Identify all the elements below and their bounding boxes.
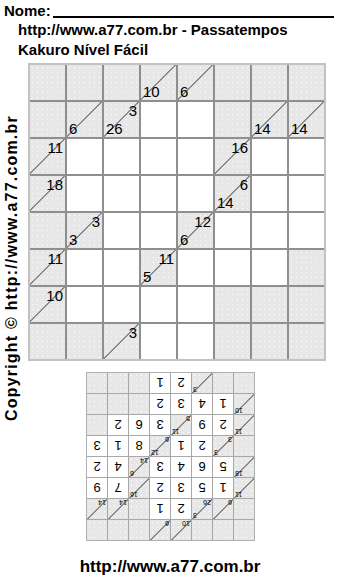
clue-cell: 18 [30, 176, 65, 211]
entry-cell[interactable] [104, 287, 139, 322]
down-clue: 14 [291, 121, 308, 136]
solution-digit: 9 [198, 419, 205, 432]
solution-digit: 1 [156, 377, 163, 390]
clue-cell: 11 [234, 478, 254, 498]
block-cell [289, 65, 324, 100]
entry-cell[interactable] [178, 287, 213, 322]
entry-cell[interactable] [289, 139, 324, 174]
down-clue: 6 [228, 499, 232, 506]
clue-cell: 14 [87, 499, 107, 519]
clue-cell: 16 [129, 478, 149, 498]
solution-digit: 3 [177, 398, 184, 411]
solution-cell: 4 [108, 457, 128, 477]
down-clue: 14 [254, 121, 271, 136]
block-cell [129, 499, 149, 519]
down-clue: 14 [98, 499, 106, 506]
solution-digit: 9 [93, 482, 100, 495]
block-cell [67, 324, 102, 359]
solution-cell: 6 [192, 457, 212, 477]
block-cell [252, 287, 287, 322]
clue-cell: 6 [213, 499, 233, 519]
solution-cell: 8 [129, 436, 149, 456]
block-cell [215, 65, 250, 100]
block-cell [104, 65, 139, 100]
footer-url: http://www.a77.com.br [0, 557, 340, 577]
solution-digit: 7 [114, 482, 121, 495]
down-clue: 10 [143, 84, 160, 99]
block-cell [67, 65, 102, 100]
down-clue: 6 [180, 232, 188, 247]
across-clue: 11 [158, 251, 174, 266]
solution-cell: 9 [192, 415, 212, 435]
clue-cell: 6 [150, 520, 170, 540]
across-clue: 10 [46, 288, 63, 303]
solution-cell: 2 [171, 373, 191, 393]
solution-digit: 2 [156, 398, 163, 411]
block-cell [213, 520, 233, 540]
down-clue: 10 [182, 520, 190, 527]
clue-cell: 6 [178, 65, 213, 100]
entry-cell[interactable] [252, 250, 287, 285]
solution-cell: 1 [213, 478, 233, 498]
entry-cell[interactable] [178, 176, 213, 211]
solution-cell: 4 [192, 394, 212, 414]
across-clue: 11 [172, 428, 179, 435]
solution-cell: 1 [171, 436, 191, 456]
solution-digit: 2 [177, 377, 184, 390]
solution-cell: 2 [213, 415, 233, 435]
block-cell [108, 373, 128, 393]
clue-cell: 3 [192, 373, 212, 393]
block-cell [252, 324, 287, 359]
entry-cell[interactable] [178, 102, 213, 137]
solution-digit: 3 [93, 440, 100, 453]
clue-cell: 18 [234, 457, 254, 477]
solution-digit: 5 [198, 482, 205, 495]
entry-cell[interactable] [141, 324, 176, 359]
solution-cell: 1 [213, 394, 233, 414]
solution-digit: 2 [114, 419, 121, 432]
clue-cell: 326 [192, 499, 212, 519]
puzzle-title: Kakuro Nível Fácil [18, 41, 148, 58]
entry-cell[interactable] [67, 176, 102, 211]
across-clue: 3 [129, 103, 137, 118]
clue-cell: 11 [30, 250, 65, 285]
clue-cell: 115 [171, 415, 191, 435]
solution-cell: 2 [150, 394, 170, 414]
solution-cell: 3 [171, 478, 191, 498]
clue-cell: 16 [215, 139, 250, 174]
clue-cell: 11 [234, 415, 254, 435]
across-clue: 16 [231, 140, 248, 155]
across-clue: 6 [130, 470, 134, 477]
site-line: http://www.a77.com.br - Passatempos [18, 21, 288, 38]
solution-cell: 7 [108, 478, 128, 498]
clue-cell: 326 [104, 102, 139, 137]
across-clue: 11 [47, 251, 63, 266]
solution-cell: 1 [108, 436, 128, 456]
solution-cell: 3 [150, 415, 170, 435]
kakuro-solution-board: 1066326211414111532167918564361442332112… [86, 372, 255, 541]
entry-cell[interactable] [252, 139, 287, 174]
solution-digit: 4 [198, 398, 205, 411]
entry-cell[interactable] [67, 250, 102, 285]
block-cell [234, 436, 254, 456]
solution-digit: 1 [114, 440, 121, 453]
down-clue: 14 [217, 195, 234, 210]
solution-cell: 1 [150, 373, 170, 393]
entry-cell[interactable] [141, 287, 176, 322]
entry-cell[interactable] [141, 213, 176, 248]
down-clue: 3 [69, 232, 77, 247]
clue-cell: 3 [104, 324, 139, 359]
solution-digit: 2 [156, 482, 163, 495]
block-cell [129, 373, 149, 393]
across-clue: 12 [151, 449, 159, 456]
entry-cell[interactable] [141, 176, 176, 211]
block-cell [87, 520, 107, 540]
solution-digit: 3 [177, 482, 184, 495]
entry-cell[interactable] [141, 139, 176, 174]
down-clue: 5 [143, 269, 151, 284]
solution-digit: 1 [156, 503, 163, 516]
down-clue: 14 [140, 457, 148, 464]
solution-digit: 5 [219, 461, 226, 474]
solution-cell: 4 [171, 457, 191, 477]
block-cell [192, 520, 212, 540]
clue-cell: 614 [215, 176, 250, 211]
down-clue: 26 [203, 499, 211, 506]
block-cell [234, 499, 254, 519]
solution-digit: 2 [219, 419, 226, 432]
entry-cell[interactable] [252, 213, 287, 248]
block-cell [108, 520, 128, 540]
block-cell [234, 520, 254, 540]
clue-cell: 10 [141, 65, 176, 100]
across-clue: 16 [130, 491, 138, 498]
entry-cell[interactable] [67, 287, 102, 322]
block-cell [87, 373, 107, 393]
solution-cell: 3 [171, 394, 191, 414]
block-cell [289, 250, 324, 285]
name-underline [53, 2, 334, 18]
block-cell [30, 213, 65, 248]
down-clue: 6 [165, 520, 169, 527]
across-clue: 3 [214, 449, 218, 456]
block-cell [234, 373, 254, 393]
solution-digit: 3 [156, 461, 163, 474]
across-clue: 3 [193, 512, 197, 519]
solution-cell: 5 [213, 457, 233, 477]
clue-cell: 614 [129, 457, 149, 477]
block-cell [129, 520, 149, 540]
clue-cell: 33 [67, 213, 102, 248]
entry-cell[interactable] [104, 139, 139, 174]
solution-digit: 2 [93, 461, 100, 474]
solution-digit: 4 [114, 461, 121, 474]
entry-cell[interactable] [215, 250, 250, 285]
clue-cell: 10 [30, 287, 65, 322]
entry-cell[interactable] [67, 139, 102, 174]
solution-cell: 3 [150, 457, 170, 477]
block-cell [215, 324, 250, 359]
kakuro-worksheet-page: Nome: http://www.a77.com.br - Passatempo… [0, 0, 340, 584]
solution-cell: 2 [171, 499, 191, 519]
across-clue: 10 [235, 407, 243, 414]
clue-cell: 126 [178, 213, 213, 248]
block-cell [30, 65, 65, 100]
clue-cell: 10 [234, 394, 254, 414]
clue-cell: 6 [67, 102, 102, 137]
block-cell [30, 102, 65, 137]
solution-digit: 3 [156, 419, 163, 432]
block-cell [252, 65, 287, 100]
entry-cell[interactable] [215, 213, 250, 248]
name-label: Nome: [4, 3, 51, 19]
solution-cell: 2 [192, 436, 212, 456]
solution-cell: 6 [129, 415, 149, 435]
solution-digit: 6 [198, 461, 205, 474]
clue-cell: 14 [252, 102, 287, 137]
entry-cell[interactable] [289, 176, 324, 211]
entry-cell[interactable] [178, 139, 213, 174]
clue-cell: 14 [108, 499, 128, 519]
entry-cell[interactable] [104, 176, 139, 211]
solution-digit: 2 [177, 503, 184, 516]
solution-cell: 1 [150, 499, 170, 519]
entry-cell[interactable] [289, 213, 324, 248]
solution-cell: 2 [87, 457, 107, 477]
down-clue: 6 [165, 436, 169, 443]
across-clue: 11 [235, 491, 242, 498]
block-cell [87, 415, 107, 435]
down-clue: 6 [180, 84, 188, 99]
solution-digit: 1 [219, 482, 226, 495]
clue-cell: 126 [150, 436, 170, 456]
down-clue: 26 [106, 121, 123, 136]
block-cell [213, 373, 233, 393]
across-clue: 6 [240, 177, 248, 192]
block-cell [30, 324, 65, 359]
solution-digit: 1 [177, 440, 184, 453]
block-cell [87, 394, 107, 414]
name-row: Nome: [4, 2, 334, 19]
solution-cell: 9 [87, 478, 107, 498]
solution-cell: 3 [87, 436, 107, 456]
across-clue: 12 [194, 214, 211, 229]
across-clue: 18 [46, 177, 63, 192]
block-cell [108, 394, 128, 414]
entry-cell[interactable] [252, 176, 287, 211]
solution-cell: 2 [108, 415, 128, 435]
entry-cell[interactable] [104, 250, 139, 285]
block-cell [129, 394, 149, 414]
down-clue: 5 [186, 415, 190, 422]
solution-cell: 2 [150, 478, 170, 498]
block-cell [289, 287, 324, 322]
across-clue: 18 [235, 470, 243, 477]
solution-digit: 4 [177, 461, 184, 474]
clue-cell: 11 [30, 139, 65, 174]
down-clue: 14 [119, 499, 127, 506]
block-cell [215, 287, 250, 322]
solution-cell: 5 [192, 478, 212, 498]
solution-digit: 1 [219, 398, 226, 411]
across-clue: 11 [47, 140, 63, 155]
copyright-vertical: Copyright © http://www.a77.com.br [3, 63, 21, 421]
across-clue: 3 [193, 386, 197, 393]
block-cell [215, 102, 250, 137]
solution-digit: 6 [135, 419, 142, 432]
solution-digit: 8 [135, 440, 142, 453]
entry-cell[interactable] [104, 213, 139, 248]
block-cell [289, 324, 324, 359]
kakuro-board: 106632614141116186143312611115103 [28, 63, 326, 361]
across-clue: 3 [129, 325, 137, 340]
entry-cell[interactable] [178, 250, 213, 285]
solution-digit: 2 [198, 440, 205, 453]
clue-cell: 33 [213, 436, 233, 456]
down-clue: 6 [69, 121, 77, 136]
across-clue: 3 [92, 214, 100, 229]
entry-cell[interactable] [141, 102, 176, 137]
entry-cell[interactable] [178, 324, 213, 359]
down-clue: 3 [228, 436, 232, 443]
clue-cell: 115 [141, 250, 176, 285]
clue-cell: 14 [289, 102, 324, 137]
clue-cell: 10 [171, 520, 191, 540]
across-clue: 11 [235, 428, 242, 435]
